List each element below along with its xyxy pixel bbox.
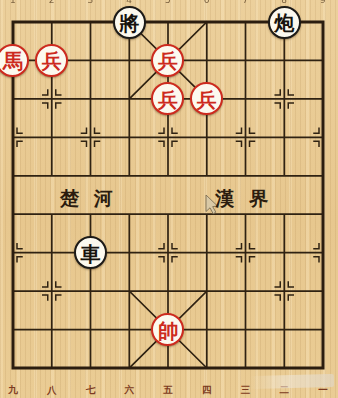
black-chariot[interactable]: 車 (74, 236, 107, 269)
pieces-layer: 將 炮 馬 兵 兵 兵 兵 車 帥 (0, 3, 338, 387)
red-general[interactable]: 帥 (151, 313, 184, 346)
piece-char: 兵 (158, 51, 178, 71)
piece-char: 兵 (197, 89, 217, 109)
piece-char: 車 (80, 243, 100, 263)
xiangqi-board[interactable]: 1 2 3 4 5 6 7 8 9 楚河 漢界 將 炮 馬 兵 兵 兵 兵 車 … (0, 0, 338, 398)
black-general[interactable]: 將 (113, 6, 146, 39)
piece-char: 兵 (158, 89, 178, 109)
red-soldier-d[interactable]: 兵 (190, 82, 223, 115)
red-soldier-c[interactable]: 兵 (151, 82, 184, 115)
piece-char: 兵 (42, 51, 62, 71)
black-cannon[interactable]: 炮 (268, 6, 301, 39)
watermark (250, 374, 334, 389)
piece-char: 帥 (158, 320, 178, 340)
piece-char: 炮 (274, 13, 294, 33)
red-soldier-a[interactable]: 兵 (35, 44, 68, 77)
piece-char: 將 (119, 13, 139, 33)
red-horse[interactable]: 馬 (0, 44, 29, 77)
red-soldier-b[interactable]: 兵 (151, 44, 184, 77)
piece-char: 馬 (3, 51, 23, 71)
